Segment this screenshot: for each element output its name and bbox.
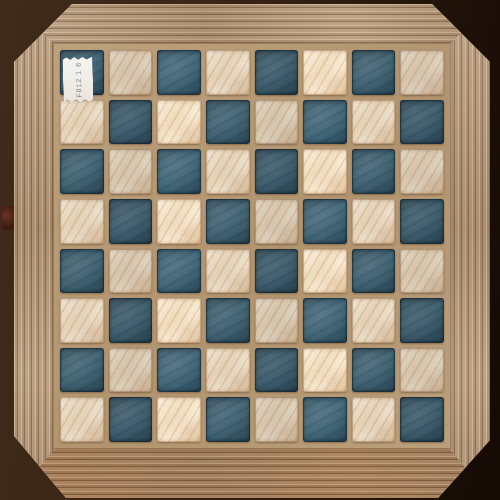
board-frame-right: [444, 4, 490, 498]
square-a7[interactable]: [60, 100, 104, 145]
square-f8[interactable]: [303, 50, 347, 95]
square-d7[interactable]: [206, 100, 250, 145]
square-h3[interactable]: [400, 298, 444, 343]
square-e4[interactable]: [255, 249, 299, 294]
square-d2[interactable]: [206, 348, 250, 393]
square-c1[interactable]: [157, 397, 201, 442]
square-h5[interactable]: [400, 199, 444, 244]
square-f2[interactable]: [303, 348, 347, 393]
square-b2[interactable]: [109, 348, 153, 393]
square-e8[interactable]: [255, 50, 299, 95]
square-c3[interactable]: [157, 298, 201, 343]
square-c7[interactable]: [157, 100, 201, 145]
square-e1[interactable]: [255, 397, 299, 442]
square-b4[interactable]: [109, 249, 153, 294]
square-g8[interactable]: [352, 50, 396, 95]
square-a5[interactable]: [60, 199, 104, 244]
square-g5[interactable]: [352, 199, 396, 244]
square-d5[interactable]: [206, 199, 250, 244]
square-c5[interactable]: [157, 199, 201, 244]
photo-background: F812 1 8: [0, 0, 500, 500]
square-g6[interactable]: [352, 149, 396, 194]
square-d3[interactable]: [206, 298, 250, 343]
square-c4[interactable]: [157, 249, 201, 294]
chessboard: F812 1 8: [14, 4, 490, 498]
square-d4[interactable]: [206, 249, 250, 294]
square-h7[interactable]: [400, 100, 444, 145]
square-c2[interactable]: [157, 348, 201, 393]
square-a4[interactable]: [60, 249, 104, 294]
square-e5[interactable]: [255, 199, 299, 244]
square-f6[interactable]: [303, 149, 347, 194]
square-f4[interactable]: [303, 249, 347, 294]
square-g4[interactable]: [352, 249, 396, 294]
square-a6[interactable]: [60, 149, 104, 194]
square-b8[interactable]: [109, 50, 153, 95]
square-h2[interactable]: [400, 348, 444, 393]
table-latch: [2, 206, 16, 230]
square-b7[interactable]: [109, 100, 153, 145]
square-a2[interactable]: [60, 348, 104, 393]
square-b6[interactable]: [109, 149, 153, 194]
square-h1[interactable]: [400, 397, 444, 442]
square-c6[interactable]: [157, 149, 201, 194]
square-d1[interactable]: [206, 397, 250, 442]
board-grid: [60, 50, 444, 442]
square-c8[interactable]: [157, 50, 201, 95]
square-e7[interactable]: [255, 100, 299, 145]
square-e6[interactable]: [255, 149, 299, 194]
square-h8[interactable]: [400, 50, 444, 95]
square-a3[interactable]: [60, 298, 104, 343]
square-f5[interactable]: [303, 199, 347, 244]
square-h4[interactable]: [400, 249, 444, 294]
square-g1[interactable]: [352, 397, 396, 442]
square-b5[interactable]: [109, 199, 153, 244]
price-sticker: F812 1 8: [62, 57, 93, 103]
square-d6[interactable]: [206, 149, 250, 194]
tile-field: F812 1 8: [54, 44, 450, 448]
square-f7[interactable]: [303, 100, 347, 145]
board-frame-bottom: [14, 442, 490, 498]
square-b3[interactable]: [109, 298, 153, 343]
square-h6[interactable]: [400, 149, 444, 194]
square-d8[interactable]: [206, 50, 250, 95]
square-f3[interactable]: [303, 298, 347, 343]
square-g3[interactable]: [352, 298, 396, 343]
square-g2[interactable]: [352, 348, 396, 393]
square-e3[interactable]: [255, 298, 299, 343]
square-b1[interactable]: [109, 397, 153, 442]
square-g7[interactable]: [352, 100, 396, 145]
square-e2[interactable]: [255, 348, 299, 393]
square-f1[interactable]: [303, 397, 347, 442]
square-a1[interactable]: [60, 397, 104, 442]
price-sticker-text: F812 1 8: [74, 62, 82, 98]
